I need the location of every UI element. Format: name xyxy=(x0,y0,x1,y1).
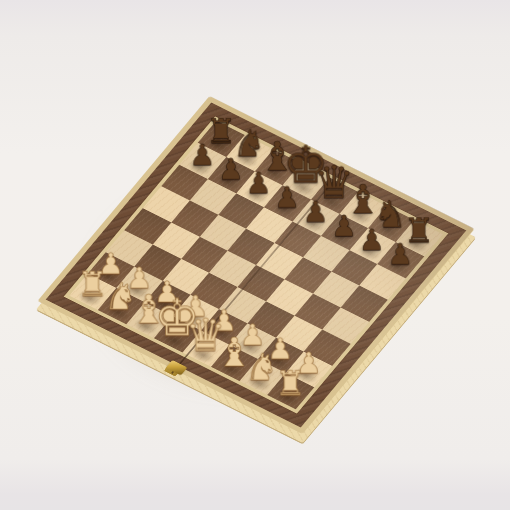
black-pawn-icon: ♟ xyxy=(388,240,414,269)
scene: ♜♞♝♛♚♝♞♜♟♟♟♟♟♟♟♟♟♟♟♟♟♟♟♟♜♞♝♛♚♝♞♜ xyxy=(0,0,510,510)
piece-black-pawn-a7[interactable]: ♟ xyxy=(371,240,431,269)
board-top-face: ♜♞♝♛♚♝♞♜♟♟♟♟♟♟♟♟♟♟♟♟♟♟♟♟♜♞♝♛♚♝♞♜ xyxy=(37,96,474,434)
photo-stage: ♜♞♝♛♚♝♞♜♟♟♟♟♟♟♟♟♟♟♟♟♟♟♟♟♜♞♝♛♚♝♞♜ xyxy=(0,0,510,510)
chess-board: ♜♞♝♛♚♝♞♜♟♟♟♟♟♟♟♟♟♟♟♟♟♟♟♟♜♞♝♛♚♝♞♜ xyxy=(37,96,474,434)
white-rook-icon: ♜ xyxy=(275,366,305,400)
piece-white-rook-a1[interactable]: ♜ xyxy=(260,366,320,400)
